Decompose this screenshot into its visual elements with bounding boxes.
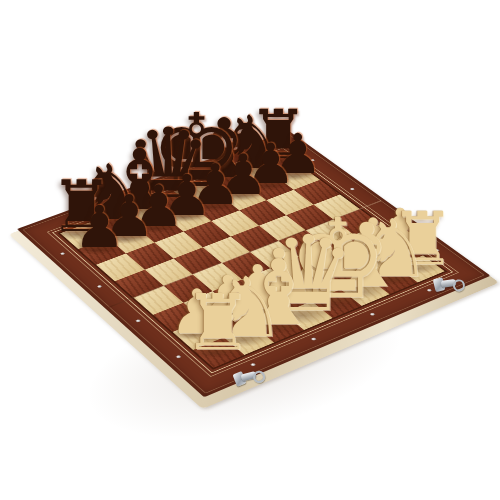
black-pawn-a7: ♟ (74, 199, 126, 257)
white-rook-a1: ♜ (183, 285, 252, 362)
product-photo-stage: ♜♞♝♛♚♝♞♜♟♟♟♟♟♟♟♟♟♟♟♟♟♟♟♟♜♞♝♛♚♝♞♜ (0, 0, 500, 500)
pieces-layer: ♜♞♝♛♚♝♞♜♟♟♟♟♟♟♟♟♟♟♟♟♟♟♟♟♜♞♝♛♚♝♞♜ (0, 0, 500, 500)
